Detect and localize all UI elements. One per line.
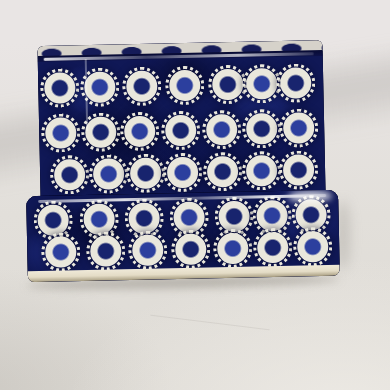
pattern-dot <box>282 154 314 186</box>
pattern-dot <box>206 155 238 187</box>
pattern-dot <box>173 201 205 233</box>
pattern-dot <box>168 69 200 101</box>
card-holder-front-bar <box>26 190 340 283</box>
pattern-dot <box>128 202 160 234</box>
pattern-dot <box>211 68 243 100</box>
pattern-dot <box>92 158 124 190</box>
pattern-dot <box>279 67 311 99</box>
pattern-dot <box>44 117 76 149</box>
back-panel-glazed-face <box>38 54 326 198</box>
pattern-dot <box>129 157 161 189</box>
pattern-dot <box>164 114 196 146</box>
pattern-dot <box>53 159 85 191</box>
pattern-dot <box>123 115 155 147</box>
pattern-dot <box>125 70 157 102</box>
pattern-dot <box>245 113 277 145</box>
card-holder-back-panel <box>37 40 325 198</box>
pattern-dot <box>43 72 75 104</box>
pattern-dot <box>295 199 327 231</box>
pattern-dot <box>245 68 277 100</box>
pattern-dot <box>83 203 115 235</box>
pattern-dot <box>245 155 277 187</box>
pattern-dot <box>37 204 69 236</box>
pattern-dot <box>282 112 314 144</box>
pattern-dot <box>131 234 163 266</box>
pattern-dot <box>174 233 206 265</box>
pattern-dot <box>218 200 250 232</box>
pattern-dot <box>216 232 248 264</box>
pattern-dot <box>256 199 288 231</box>
pattern-dot <box>166 156 198 188</box>
pattern-dot <box>256 231 288 263</box>
pattern-dot <box>296 230 328 262</box>
pattern-dot <box>83 71 115 103</box>
pattern-dot <box>44 236 76 268</box>
pattern-dot <box>84 116 116 148</box>
photo-scene <box>0 0 390 390</box>
pattern-dot <box>205 113 237 145</box>
pattern-dot <box>89 235 121 267</box>
